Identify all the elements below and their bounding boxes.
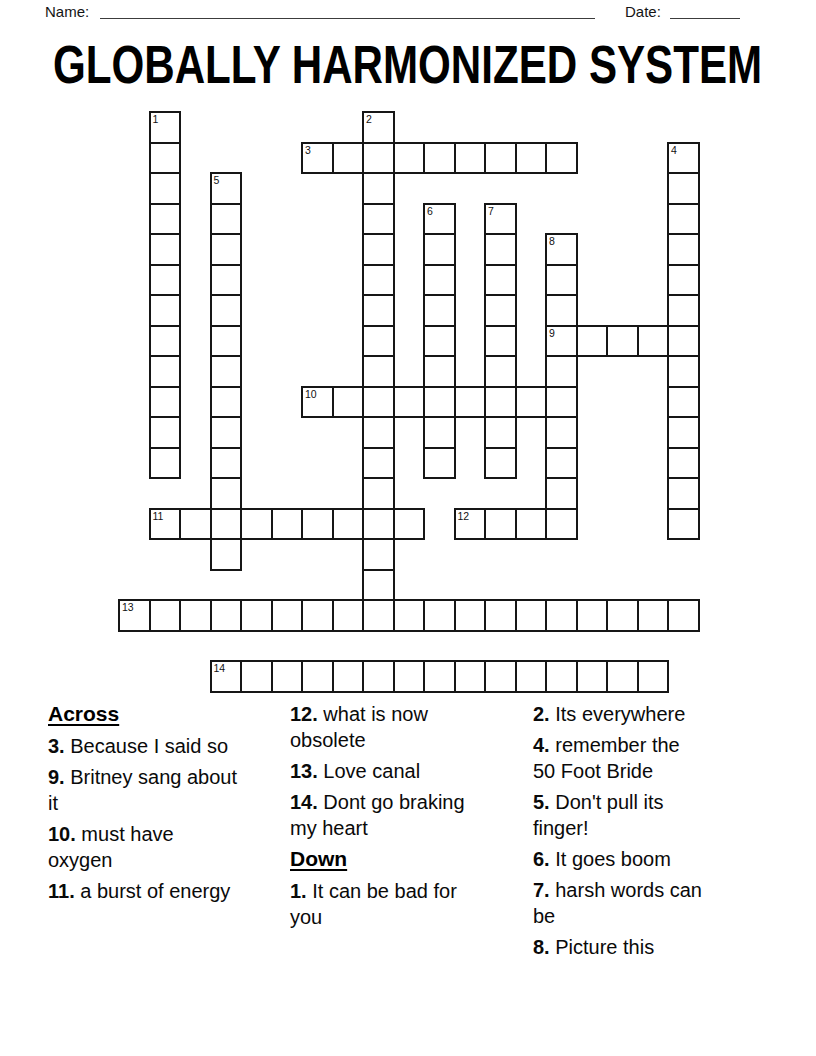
cell-r12c14[interactable] bbox=[545, 477, 578, 510]
cell-r9c11[interactable] bbox=[454, 386, 487, 419]
cell-r1c8[interactable] bbox=[362, 142, 395, 175]
cell-r16c8[interactable] bbox=[362, 599, 395, 632]
cell-r6c10[interactable] bbox=[423, 294, 456, 327]
cell-r13c1[interactable]: 11 bbox=[149, 508, 182, 541]
cell-r9c3[interactable] bbox=[210, 386, 243, 419]
clue-across-12: 12. what is now obsolete bbox=[290, 701, 468, 753]
clue-down-4: 4. remember the 50 Foot Bride bbox=[533, 732, 707, 784]
cell-r11c10[interactable] bbox=[423, 447, 456, 480]
name-label: Name: bbox=[45, 3, 89, 20]
clue-across-10: 10. must have oxygen bbox=[48, 821, 238, 873]
cell-r8c18[interactable] bbox=[667, 355, 700, 388]
cell-r13c9[interactable] bbox=[393, 508, 426, 541]
cell-r10c14[interactable] bbox=[545, 416, 578, 449]
cell-r16c17[interactable] bbox=[637, 599, 670, 632]
cell-r1c6[interactable]: 3 bbox=[301, 142, 334, 175]
clue-across-11: 11. a burst of energy bbox=[48, 878, 238, 904]
clue-number-10: 10 bbox=[305, 388, 317, 400]
cell-r4c14[interactable]: 8 bbox=[545, 233, 578, 266]
cell-r1c10[interactable] bbox=[423, 142, 456, 175]
cell-r18c16[interactable] bbox=[606, 660, 639, 693]
cell-r5c12[interactable] bbox=[484, 264, 517, 297]
cell-r16c4[interactable] bbox=[240, 599, 273, 632]
cell-r8c10[interactable] bbox=[423, 355, 456, 388]
cell-r0c8[interactable]: 2 bbox=[362, 111, 395, 144]
cell-r7c16[interactable] bbox=[606, 325, 639, 358]
cell-r4c18[interactable] bbox=[667, 233, 700, 266]
cell-r12c8[interactable] bbox=[362, 477, 395, 510]
cell-r16c15[interactable] bbox=[576, 599, 609, 632]
cell-r16c0[interactable]: 13 bbox=[118, 599, 151, 632]
cell-r10c18[interactable] bbox=[667, 416, 700, 449]
clue-number-11: 11 bbox=[153, 510, 164, 522]
date-label: Date: bbox=[625, 3, 661, 20]
cell-r16c16[interactable] bbox=[606, 599, 639, 632]
cell-r6c12[interactable] bbox=[484, 294, 517, 327]
cell-r13c2[interactable] bbox=[179, 508, 212, 541]
cell-r2c3[interactable]: 5 bbox=[210, 172, 243, 205]
cell-r13c7[interactable] bbox=[332, 508, 365, 541]
cell-r4c1[interactable] bbox=[149, 233, 182, 266]
clue-number-1: 1 bbox=[153, 113, 159, 125]
cell-r1c9[interactable] bbox=[393, 142, 426, 175]
cell-r10c8[interactable] bbox=[362, 416, 395, 449]
clue-down-6: 6. It goes boom bbox=[533, 846, 707, 872]
clue-number-8: 8 bbox=[549, 235, 555, 247]
cell-r3c1[interactable] bbox=[149, 203, 182, 236]
cell-r6c8[interactable] bbox=[362, 294, 395, 327]
cell-r18c5[interactable] bbox=[271, 660, 304, 693]
cell-r13c13[interactable] bbox=[515, 508, 548, 541]
cell-r10c10[interactable] bbox=[423, 416, 456, 449]
title-row: GLOBALLY HARMONIZED SYSTEM bbox=[0, 33, 816, 95]
cell-r1c14[interactable] bbox=[545, 142, 578, 175]
cell-r1c12[interactable] bbox=[484, 142, 517, 175]
cell-r13c11[interactable]: 12 bbox=[454, 508, 487, 541]
cell-r16c13[interactable] bbox=[515, 599, 548, 632]
clue-column-1: Across3. Because I said so9. Britney san… bbox=[48, 701, 238, 909]
cell-r18c3[interactable]: 14 bbox=[210, 660, 243, 693]
cell-r5c3[interactable] bbox=[210, 264, 243, 297]
clue-number-14: 14 bbox=[214, 662, 226, 674]
cell-r6c18[interactable] bbox=[667, 294, 700, 327]
cell-r13c12[interactable] bbox=[484, 508, 517, 541]
cell-r15c8[interactable] bbox=[362, 569, 395, 602]
cell-r13c4[interactable] bbox=[240, 508, 273, 541]
clue-across-13: 13. Love canal bbox=[290, 758, 468, 784]
cell-r10c3[interactable] bbox=[210, 416, 243, 449]
puzzle-title: GLOBALLY HARMONIZED SYSTEM bbox=[53, 33, 762, 95]
cell-r7c3[interactable] bbox=[210, 325, 243, 358]
cell-r4c10[interactable] bbox=[423, 233, 456, 266]
cell-r16c7[interactable] bbox=[332, 599, 365, 632]
clue-number-13: 13 bbox=[122, 601, 134, 613]
clue-across-9: 9. Britney sang about it bbox=[48, 764, 238, 816]
cell-r7c18[interactable] bbox=[667, 325, 700, 358]
cell-r6c1[interactable] bbox=[149, 294, 182, 327]
cell-r13c18[interactable] bbox=[667, 508, 700, 541]
cell-r16c18[interactable] bbox=[667, 599, 700, 632]
cell-r8c8[interactable] bbox=[362, 355, 395, 388]
cell-r7c15[interactable] bbox=[576, 325, 609, 358]
cell-r7c1[interactable] bbox=[149, 325, 182, 358]
clue-number-7: 7 bbox=[488, 205, 494, 217]
cell-r16c1[interactable] bbox=[149, 599, 182, 632]
cell-r18c9[interactable] bbox=[393, 660, 426, 693]
cell-r14c3[interactable] bbox=[210, 538, 243, 571]
clue-across-14: 14. Dont go braking my heart bbox=[290, 789, 468, 841]
cell-r2c8[interactable] bbox=[362, 172, 395, 205]
cell-r1c7[interactable] bbox=[332, 142, 365, 175]
cell-r12c3[interactable] bbox=[210, 477, 243, 510]
cell-r18c4[interactable] bbox=[240, 660, 273, 693]
cell-r16c3[interactable] bbox=[210, 599, 243, 632]
cell-r11c1[interactable] bbox=[149, 447, 182, 480]
clue-number-6: 6 bbox=[427, 205, 433, 217]
cell-r18c17[interactable] bbox=[637, 660, 670, 693]
cell-r5c18[interactable] bbox=[667, 264, 700, 297]
name-fill-line bbox=[100, 1, 595, 19]
cell-r1c11[interactable] bbox=[454, 142, 487, 175]
cell-r9c14[interactable] bbox=[545, 386, 578, 419]
cell-r3c8[interactable] bbox=[362, 203, 395, 236]
cell-r5c8[interactable] bbox=[362, 264, 395, 297]
clue-number-12: 12 bbox=[458, 510, 470, 522]
cell-r4c8[interactable] bbox=[362, 233, 395, 266]
cell-r2c18[interactable] bbox=[667, 172, 700, 205]
cell-r16c10[interactable] bbox=[423, 599, 456, 632]
cell-r7c17[interactable] bbox=[637, 325, 670, 358]
cell-r13c5[interactable] bbox=[271, 508, 304, 541]
cell-r9c18[interactable] bbox=[667, 386, 700, 419]
cell-r6c3[interactable] bbox=[210, 294, 243, 327]
cell-r7c12[interactable] bbox=[484, 325, 517, 358]
clue-down-2: 2. Its everywhere bbox=[533, 701, 707, 727]
cell-r3c12[interactable]: 7 bbox=[484, 203, 517, 236]
cell-r9c13[interactable] bbox=[515, 386, 548, 419]
cell-r9c6[interactable]: 10 bbox=[301, 386, 334, 419]
cell-r9c12[interactable] bbox=[484, 386, 517, 419]
cell-r9c7[interactable] bbox=[332, 386, 365, 419]
clue-down-8: 8. Picture this bbox=[533, 934, 707, 960]
cell-r5c10[interactable] bbox=[423, 264, 456, 297]
cell-r11c8[interactable] bbox=[362, 447, 395, 480]
cell-r7c8[interactable] bbox=[362, 325, 395, 358]
cell-r11c3[interactable] bbox=[210, 447, 243, 480]
cell-r7c14[interactable]: 9 bbox=[545, 325, 578, 358]
cell-r16c14[interactable] bbox=[545, 599, 578, 632]
cell-r11c14[interactable] bbox=[545, 447, 578, 480]
cell-r11c12[interactable] bbox=[484, 447, 517, 480]
cell-r18c7[interactable] bbox=[332, 660, 365, 693]
cell-r8c1[interactable] bbox=[149, 355, 182, 388]
cell-r9c9[interactable] bbox=[393, 386, 426, 419]
cell-r18c6[interactable] bbox=[301, 660, 334, 693]
cell-r2c1[interactable] bbox=[149, 172, 182, 205]
cell-r5c1[interactable] bbox=[149, 264, 182, 297]
cell-r3c18[interactable] bbox=[667, 203, 700, 236]
cell-r16c5[interactable] bbox=[271, 599, 304, 632]
cell-r1c1[interactable] bbox=[149, 142, 182, 175]
cell-r8c12[interactable] bbox=[484, 355, 517, 388]
cell-r12c18[interactable] bbox=[667, 477, 700, 510]
cell-r1c18[interactable]: 4 bbox=[667, 142, 700, 175]
cell-r3c3[interactable] bbox=[210, 203, 243, 236]
clue-down-5: 5. Don't pull its finger! bbox=[533, 789, 707, 841]
cell-r10c1[interactable] bbox=[149, 416, 182, 449]
date-fill-line bbox=[670, 1, 740, 19]
crossword-grid: 1234567891011121314 bbox=[118, 111, 702, 695]
cell-r18c10[interactable] bbox=[423, 660, 456, 693]
cell-r1c13[interactable] bbox=[515, 142, 548, 175]
clue-column-2: 12. what is now obsolete13. Love canal14… bbox=[290, 701, 468, 935]
cell-r4c3[interactable] bbox=[210, 233, 243, 266]
cell-r18c12[interactable] bbox=[484, 660, 517, 693]
clue-number-3: 3 bbox=[305, 144, 311, 156]
down-header: Down bbox=[290, 846, 468, 872]
cell-r18c8[interactable] bbox=[362, 660, 395, 693]
cell-r11c18[interactable] bbox=[667, 447, 700, 480]
cell-r9c8[interactable] bbox=[362, 386, 395, 419]
cell-r4c12[interactable] bbox=[484, 233, 517, 266]
cell-r6c14[interactable] bbox=[545, 294, 578, 327]
cell-r9c1[interactable] bbox=[149, 386, 182, 419]
cell-r5c14[interactable] bbox=[545, 264, 578, 297]
cell-r8c3[interactable] bbox=[210, 355, 243, 388]
cell-r16c12[interactable] bbox=[484, 599, 517, 632]
clue-down-7: 7. harsh words can be bbox=[533, 877, 707, 929]
clue-number-4: 4 bbox=[671, 144, 677, 156]
cell-r3c10[interactable]: 6 bbox=[423, 203, 456, 236]
cell-r13c8[interactable] bbox=[362, 508, 395, 541]
clue-number-5: 5 bbox=[214, 174, 220, 186]
clue-column-3: 2. Its everywhere4. remember the 50 Foot… bbox=[533, 701, 707, 965]
cell-r18c11[interactable] bbox=[454, 660, 487, 693]
cell-r0c1[interactable]: 1 bbox=[149, 111, 182, 144]
clue-across-3: 3. Because I said so bbox=[48, 733, 238, 759]
cell-r16c9[interactable] bbox=[393, 599, 426, 632]
clue-number-9: 9 bbox=[549, 327, 555, 339]
cell-r7c10[interactable] bbox=[423, 325, 456, 358]
cell-r8c14[interactable] bbox=[545, 355, 578, 388]
cell-r13c6[interactable] bbox=[301, 508, 334, 541]
cell-r16c2[interactable] bbox=[179, 599, 212, 632]
cell-r13c14[interactable] bbox=[545, 508, 578, 541]
clue-down-1: 1. It can be bad for you bbox=[290, 878, 468, 930]
cell-r10c12[interactable] bbox=[484, 416, 517, 449]
cell-r16c11[interactable] bbox=[454, 599, 487, 632]
cell-r16c6[interactable] bbox=[301, 599, 334, 632]
cell-r18c15[interactable] bbox=[576, 660, 609, 693]
cell-r18c14[interactable] bbox=[545, 660, 578, 693]
cell-r13c3[interactable] bbox=[210, 508, 243, 541]
across-header: Across bbox=[48, 701, 238, 727]
cell-r14c8[interactable] bbox=[362, 538, 395, 571]
cell-r9c10[interactable] bbox=[423, 386, 456, 419]
clue-number-2: 2 bbox=[366, 113, 372, 125]
cell-r18c13[interactable] bbox=[515, 660, 548, 693]
